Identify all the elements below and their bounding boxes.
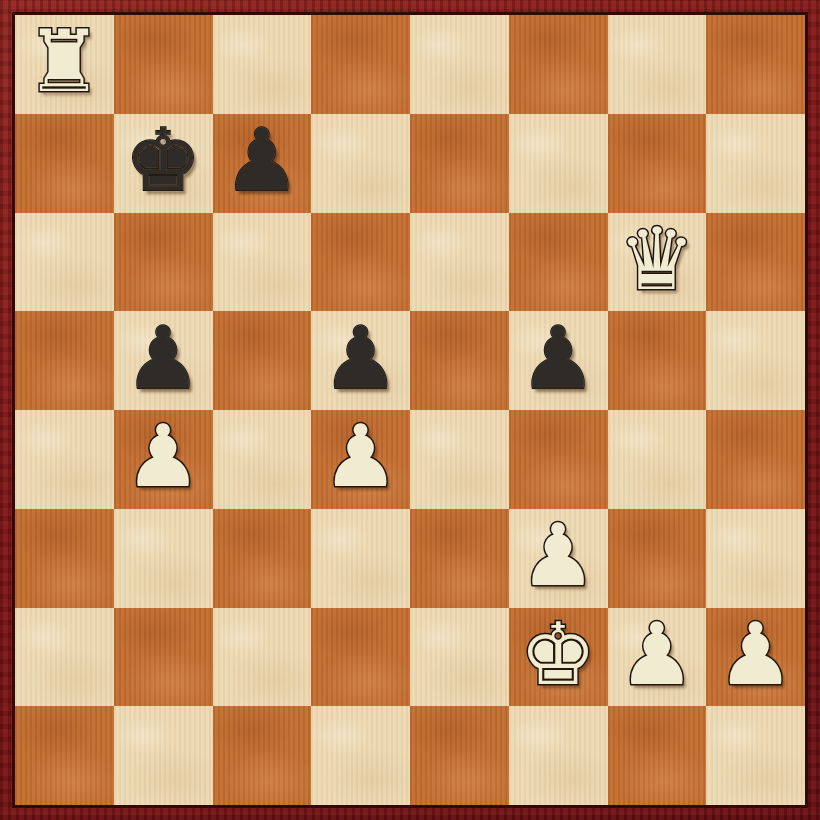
square-e4[interactable] <box>410 410 509 509</box>
square-h5[interactable] <box>706 311 805 410</box>
square-e5[interactable] <box>410 311 509 410</box>
square-d2[interactable] <box>311 608 410 707</box>
square-f1[interactable] <box>509 706 608 805</box>
square-d3[interactable] <box>311 509 410 608</box>
square-b1[interactable] <box>114 706 213 805</box>
square-c8[interactable] <box>213 15 312 114</box>
piece-white-pawn-f3[interactable]: ♟ <box>520 512 597 598</box>
square-h6[interactable] <box>706 213 805 312</box>
square-c5[interactable] <box>213 311 312 410</box>
square-a3[interactable] <box>15 509 114 608</box>
square-e3[interactable] <box>410 509 509 608</box>
square-h1[interactable] <box>706 706 805 805</box>
square-h7[interactable] <box>706 114 805 213</box>
piece-black-king-b7[interactable]: ♚ <box>125 117 202 203</box>
piece-black-pawn-c7[interactable]: ♟ <box>223 117 300 203</box>
square-g7[interactable] <box>608 114 707 213</box>
board-frame: ♜♚♟♛♟♟♟♟♟♟♚♟♟ <box>0 0 820 820</box>
square-e7[interactable] <box>410 114 509 213</box>
square-f2[interactable]: ♚ <box>509 608 608 707</box>
square-c6[interactable] <box>213 213 312 312</box>
square-b3[interactable] <box>114 509 213 608</box>
square-a8[interactable]: ♜ <box>15 15 114 114</box>
square-g5[interactable] <box>608 311 707 410</box>
square-c7[interactable]: ♟ <box>213 114 312 213</box>
square-d5[interactable]: ♟ <box>311 311 410 410</box>
square-b8[interactable] <box>114 15 213 114</box>
square-f6[interactable] <box>509 213 608 312</box>
square-b7[interactable]: ♚ <box>114 114 213 213</box>
square-g3[interactable] <box>608 509 707 608</box>
square-f5[interactable]: ♟ <box>509 311 608 410</box>
square-b2[interactable] <box>114 608 213 707</box>
piece-black-pawn-f5[interactable]: ♟ <box>520 315 597 401</box>
square-d6[interactable] <box>311 213 410 312</box>
square-a6[interactable] <box>15 213 114 312</box>
square-h2[interactable]: ♟ <box>706 608 805 707</box>
piece-white-queen-g6[interactable]: ♛ <box>618 216 695 302</box>
square-g8[interactable] <box>608 15 707 114</box>
square-c1[interactable] <box>213 706 312 805</box>
square-g2[interactable]: ♟ <box>608 608 707 707</box>
square-a4[interactable] <box>15 410 114 509</box>
square-a2[interactable] <box>15 608 114 707</box>
square-e6[interactable] <box>410 213 509 312</box>
square-g4[interactable] <box>608 410 707 509</box>
square-e1[interactable] <box>410 706 509 805</box>
piece-white-pawn-b4[interactable]: ♟ <box>125 413 202 499</box>
square-h8[interactable] <box>706 15 805 114</box>
square-e8[interactable] <box>410 15 509 114</box>
square-d4[interactable]: ♟ <box>311 410 410 509</box>
square-h4[interactable] <box>706 410 805 509</box>
square-a1[interactable] <box>15 706 114 805</box>
square-a7[interactable] <box>15 114 114 213</box>
square-c4[interactable] <box>213 410 312 509</box>
piece-white-pawn-h2[interactable]: ♟ <box>717 611 794 697</box>
square-d1[interactable] <box>311 706 410 805</box>
square-a5[interactable] <box>15 311 114 410</box>
square-c2[interactable] <box>213 608 312 707</box>
square-f7[interactable] <box>509 114 608 213</box>
piece-black-pawn-b5[interactable]: ♟ <box>125 315 202 401</box>
square-f4[interactable] <box>509 410 608 509</box>
square-d7[interactable] <box>311 114 410 213</box>
square-b6[interactable] <box>114 213 213 312</box>
square-f3[interactable]: ♟ <box>509 509 608 608</box>
square-g1[interactable] <box>608 706 707 805</box>
square-h3[interactable] <box>706 509 805 608</box>
square-b4[interactable]: ♟ <box>114 410 213 509</box>
piece-white-pawn-d4[interactable]: ♟ <box>322 413 399 499</box>
piece-white-rook-a8[interactable]: ♜ <box>26 18 103 104</box>
square-g6[interactable]: ♛ <box>608 213 707 312</box>
square-c3[interactable] <box>213 509 312 608</box>
square-b5[interactable]: ♟ <box>114 311 213 410</box>
piece-white-king-f2[interactable]: ♚ <box>520 611 597 697</box>
piece-black-pawn-d5[interactable]: ♟ <box>322 315 399 401</box>
piece-white-pawn-g2[interactable]: ♟ <box>618 611 695 697</box>
board: ♜♚♟♛♟♟♟♟♟♟♚♟♟ <box>12 12 808 808</box>
square-d8[interactable] <box>311 15 410 114</box>
square-f8[interactable] <box>509 15 608 114</box>
square-e2[interactable] <box>410 608 509 707</box>
